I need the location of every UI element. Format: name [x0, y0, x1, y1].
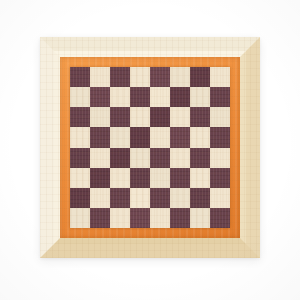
frame-inner-lip	[54, 51, 246, 244]
square-e3[interactable]	[150, 168, 170, 188]
square-h7[interactable]	[210, 87, 230, 107]
orange-border	[60, 57, 240, 238]
square-e2[interactable]	[150, 188, 170, 208]
square-d6[interactable]	[130, 107, 150, 127]
square-g8[interactable]	[190, 67, 210, 87]
chess-board	[70, 67, 230, 228]
square-d5[interactable]	[130, 127, 150, 147]
square-h5[interactable]	[210, 127, 230, 147]
square-a1[interactable]	[70, 208, 90, 228]
square-g4[interactable]	[190, 148, 210, 168]
square-h4[interactable]	[210, 148, 230, 168]
square-d3[interactable]	[130, 168, 150, 188]
square-b2[interactable]	[90, 188, 110, 208]
square-h3[interactable]	[210, 168, 230, 188]
square-c7[interactable]	[110, 87, 130, 107]
square-b4[interactable]	[90, 148, 110, 168]
square-c5[interactable]	[110, 127, 130, 147]
square-g3[interactable]	[190, 168, 210, 188]
square-e7[interactable]	[150, 87, 170, 107]
square-e4[interactable]	[150, 148, 170, 168]
square-d7[interactable]	[130, 87, 150, 107]
square-b8[interactable]	[90, 67, 110, 87]
square-b7[interactable]	[90, 87, 110, 107]
square-b3[interactable]	[90, 168, 110, 188]
square-c4[interactable]	[110, 148, 130, 168]
square-a3[interactable]	[70, 168, 90, 188]
square-f4[interactable]	[170, 148, 190, 168]
square-e6[interactable]	[150, 107, 170, 127]
square-c3[interactable]	[110, 168, 130, 188]
square-b5[interactable]	[90, 127, 110, 147]
square-b1[interactable]	[90, 208, 110, 228]
square-g1[interactable]	[190, 208, 210, 228]
square-f6[interactable]	[170, 107, 190, 127]
square-f1[interactable]	[170, 208, 190, 228]
board-frame	[40, 37, 260, 258]
square-h8[interactable]	[210, 67, 230, 87]
square-a5[interactable]	[70, 127, 90, 147]
square-g7[interactable]	[190, 87, 210, 107]
square-f5[interactable]	[170, 127, 190, 147]
square-d1[interactable]	[130, 208, 150, 228]
square-g5[interactable]	[190, 127, 210, 147]
square-a6[interactable]	[70, 107, 90, 127]
square-c8[interactable]	[110, 67, 130, 87]
square-d4[interactable]	[130, 148, 150, 168]
square-a2[interactable]	[70, 188, 90, 208]
square-h2[interactable]	[210, 188, 230, 208]
square-f7[interactable]	[170, 87, 190, 107]
square-h6[interactable]	[210, 107, 230, 127]
square-a8[interactable]	[70, 67, 90, 87]
square-c1[interactable]	[110, 208, 130, 228]
square-c6[interactable]	[110, 107, 130, 127]
photo-background	[0, 0, 300, 300]
square-g2[interactable]	[190, 188, 210, 208]
square-h1[interactable]	[210, 208, 230, 228]
square-e1[interactable]	[150, 208, 170, 228]
square-f2[interactable]	[170, 188, 190, 208]
square-e8[interactable]	[150, 67, 170, 87]
square-b6[interactable]	[90, 107, 110, 127]
square-e5[interactable]	[150, 127, 170, 147]
square-f8[interactable]	[170, 67, 190, 87]
square-a7[interactable]	[70, 87, 90, 107]
square-c2[interactable]	[110, 188, 130, 208]
square-d2[interactable]	[130, 188, 150, 208]
square-f3[interactable]	[170, 168, 190, 188]
square-g6[interactable]	[190, 107, 210, 127]
square-d8[interactable]	[130, 67, 150, 87]
square-a4[interactable]	[70, 148, 90, 168]
